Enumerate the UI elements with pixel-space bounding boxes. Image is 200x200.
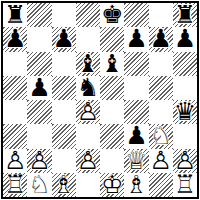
white-knight: ♞♘ bbox=[27, 173, 51, 197]
square-g3[interactable]: ♞♘ bbox=[149, 124, 173, 148]
black-pawn: ♟ bbox=[124, 27, 148, 51]
square-b3[interactable] bbox=[27, 124, 51, 148]
square-f2[interactable]: ♛♕ bbox=[124, 149, 148, 173]
white-rook: ♜♖ bbox=[173, 173, 197, 197]
square-e7[interactable] bbox=[100, 27, 124, 51]
white-queen: ♛♕ bbox=[124, 149, 148, 173]
chess-board: ♜♚♜♟♟♟♟♟♝♝♟♞♟♙♛♟♞♘♟♙♟♙♟♙♛♕♟♙♟♙♜♖♞♘♝♗♚♔♝♗… bbox=[1, 1, 199, 199]
black-bishop: ♝ bbox=[76, 52, 100, 76]
white-pawn: ♟♙ bbox=[173, 149, 197, 173]
square-d1[interactable] bbox=[76, 173, 100, 197]
square-f6[interactable] bbox=[124, 52, 148, 76]
black-queen: ♛ bbox=[173, 100, 197, 124]
white-pawn: ♟♙ bbox=[76, 100, 100, 124]
square-c5[interactable] bbox=[52, 76, 76, 100]
square-a2[interactable]: ♟♙ bbox=[3, 149, 27, 173]
black-rook: ♜ bbox=[173, 3, 197, 27]
square-f7[interactable]: ♟ bbox=[124, 27, 148, 51]
black-knight: ♞ bbox=[76, 76, 100, 100]
square-b4[interactable] bbox=[27, 100, 51, 124]
white-knight: ♞♘ bbox=[149, 124, 173, 148]
square-h6[interactable] bbox=[173, 52, 197, 76]
square-f1[interactable]: ♝♗ bbox=[124, 173, 148, 197]
square-d4[interactable]: ♟♙ bbox=[76, 100, 100, 124]
white-king: ♚♔ bbox=[100, 173, 124, 197]
square-b1[interactable]: ♞♘ bbox=[27, 173, 51, 197]
white-bishop: ♝♗ bbox=[52, 173, 76, 197]
white-pawn: ♟♙ bbox=[27, 149, 51, 173]
square-h5[interactable] bbox=[173, 76, 197, 100]
square-c6[interactable] bbox=[52, 52, 76, 76]
square-d6[interactable]: ♝ bbox=[76, 52, 100, 76]
square-c1[interactable]: ♝♗ bbox=[52, 173, 76, 197]
square-e3[interactable] bbox=[100, 124, 124, 148]
square-c3[interactable] bbox=[52, 124, 76, 148]
black-pawn: ♟ bbox=[52, 27, 76, 51]
white-rook: ♜♖ bbox=[3, 173, 27, 197]
black-pawn: ♟ bbox=[27, 76, 51, 100]
square-d7[interactable] bbox=[76, 27, 100, 51]
black-pawn: ♟ bbox=[124, 124, 148, 148]
square-e4[interactable] bbox=[100, 100, 124, 124]
square-e6[interactable]: ♝ bbox=[100, 52, 124, 76]
square-h1[interactable]: ♜♖ bbox=[173, 173, 197, 197]
square-c8[interactable] bbox=[52, 3, 76, 27]
black-pawn: ♟ bbox=[173, 27, 197, 51]
square-g7[interactable]: ♟ bbox=[149, 27, 173, 51]
square-f5[interactable] bbox=[124, 76, 148, 100]
square-h4[interactable]: ♛ bbox=[173, 100, 197, 124]
square-b5[interactable]: ♟ bbox=[27, 76, 51, 100]
square-c7[interactable]: ♟ bbox=[52, 27, 76, 51]
square-f3[interactable]: ♟ bbox=[124, 124, 148, 148]
square-f8[interactable] bbox=[124, 3, 148, 27]
square-e8[interactable]: ♚ bbox=[100, 3, 124, 27]
square-h2[interactable]: ♟♙ bbox=[173, 149, 197, 173]
black-rook: ♜ bbox=[3, 3, 27, 27]
square-g6[interactable] bbox=[149, 52, 173, 76]
black-pawn: ♟ bbox=[149, 27, 173, 51]
chess-diagram: ♜♚♜♟♟♟♟♟♝♝♟♞♟♙♛♟♞♘♟♙♟♙♟♙♛♕♟♙♟♙♜♖♞♘♝♗♚♔♝♗… bbox=[0, 0, 200, 200]
square-a7[interactable]: ♟ bbox=[3, 27, 27, 51]
square-a1[interactable]: ♜♖ bbox=[3, 173, 27, 197]
square-b2[interactable]: ♟♙ bbox=[27, 149, 51, 173]
square-h7[interactable]: ♟ bbox=[173, 27, 197, 51]
square-g1[interactable] bbox=[149, 173, 173, 197]
white-pawn: ♟♙ bbox=[149, 149, 173, 173]
square-d2[interactable]: ♟♙ bbox=[76, 149, 100, 173]
white-pawn: ♟♙ bbox=[76, 149, 100, 173]
square-g5[interactable] bbox=[149, 76, 173, 100]
square-d3[interactable] bbox=[76, 124, 100, 148]
square-h3[interactable] bbox=[173, 124, 197, 148]
square-a4[interactable] bbox=[3, 100, 27, 124]
square-a8[interactable]: ♜ bbox=[3, 3, 27, 27]
square-h8[interactable]: ♜ bbox=[173, 3, 197, 27]
square-b7[interactable] bbox=[27, 27, 51, 51]
square-d8[interactable] bbox=[76, 3, 100, 27]
square-e5[interactable] bbox=[100, 76, 124, 100]
white-bishop: ♝♗ bbox=[124, 173, 148, 197]
square-f4[interactable] bbox=[124, 100, 148, 124]
square-a5[interactable] bbox=[3, 76, 27, 100]
square-g2[interactable]: ♟♙ bbox=[149, 149, 173, 173]
black-pawn: ♟ bbox=[3, 27, 27, 51]
square-b8[interactable] bbox=[27, 3, 51, 27]
square-c2[interactable] bbox=[52, 149, 76, 173]
black-king: ♚ bbox=[100, 3, 124, 27]
black-bishop: ♝ bbox=[100, 52, 124, 76]
square-e1[interactable]: ♚♔ bbox=[100, 173, 124, 197]
square-a3[interactable] bbox=[3, 124, 27, 148]
square-e2[interactable] bbox=[100, 149, 124, 173]
square-b6[interactable] bbox=[27, 52, 51, 76]
white-pawn: ♟♙ bbox=[3, 149, 27, 173]
square-d5[interactable]: ♞ bbox=[76, 76, 100, 100]
square-g8[interactable] bbox=[149, 3, 173, 27]
square-g4[interactable] bbox=[149, 100, 173, 124]
square-c4[interactable] bbox=[52, 100, 76, 124]
square-a6[interactable] bbox=[3, 52, 27, 76]
